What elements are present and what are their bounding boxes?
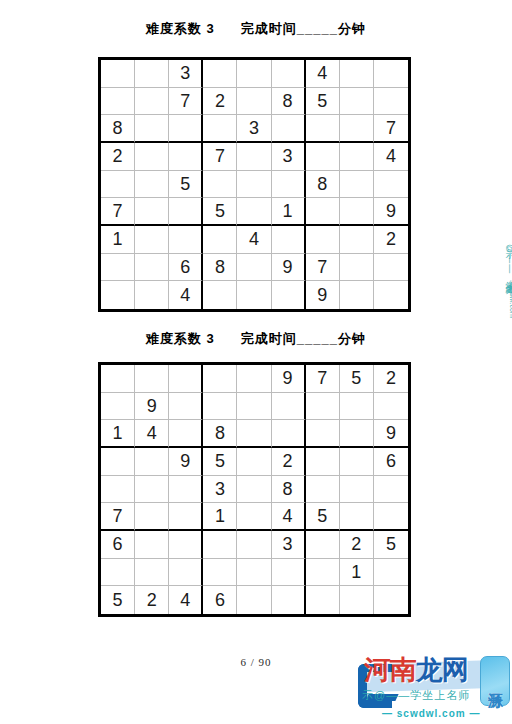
puzzle-1-cell-r6c2	[135, 198, 169, 226]
puzzle-1-cell-r5c4	[203, 171, 237, 199]
puzzle-1-cell-r9c4	[203, 281, 237, 309]
puzzle-2-cell-r5c3	[169, 476, 203, 504]
puzzle-1-cell-r4c6: 3	[272, 143, 306, 171]
puzzle-2-difficulty-label: 难度系数 3	[146, 331, 215, 346]
puzzle-2-cell-r5c5	[237, 476, 271, 504]
puzzle-1-cell-r7c3	[169, 226, 203, 254]
sudoku-grid-2: 9752914899526387145632515246	[98, 362, 411, 617]
puzzle-2-cell-r2c4	[203, 393, 237, 421]
puzzle-1-cell-r9c2	[135, 281, 169, 309]
puzzle-2-cell-r5c8	[340, 476, 374, 504]
puzzle-2-cell-r9c4: 6	[203, 586, 237, 614]
puzzle-2-cell-r6c7: 5	[306, 503, 340, 531]
puzzle-2-cell-r5c6: 8	[272, 476, 306, 504]
watermark-side-domain: scwdwl.com	[496, 280, 512, 318]
puzzle-2-cell-r9c9	[374, 586, 408, 614]
puzzle-2-cell-r5c4: 3	[203, 476, 237, 504]
puzzle-1-cell-r4c4: 7	[203, 143, 237, 171]
puzzle-2-cell-r6c3	[169, 503, 203, 531]
puzzle-2-cell-r6c1: 7	[101, 503, 135, 531]
puzzle-2-cell-r9c5	[237, 586, 271, 614]
watermark-site-name-blue: 龙网	[416, 655, 468, 685]
puzzle-2-cell-r3c4: 8	[203, 420, 237, 448]
puzzle-2-cell-r3c7	[306, 420, 340, 448]
puzzle-1-cell-r2c4: 2	[203, 88, 237, 116]
puzzle-1-cell-r5c9	[374, 171, 408, 199]
puzzle-1-cell-r4c2	[135, 143, 169, 171]
puzzle-1-cell-r5c7: 8	[306, 171, 340, 199]
puzzle-2-cell-r1c2	[135, 365, 169, 393]
puzzle-2-cell-r7c5	[237, 531, 271, 559]
puzzle-2-cell-r2c6	[272, 393, 306, 421]
puzzle-2-cell-r8c5	[237, 559, 271, 587]
puzzle-2-cell-r7c4	[203, 531, 237, 559]
puzzle-1-cell-r9c6	[272, 281, 306, 309]
puzzle-2-cell-r2c7	[306, 393, 340, 421]
puzzle-2-cell-r7c3	[169, 531, 203, 559]
puzzle-1-cell-r9c3: 4	[169, 281, 203, 309]
puzzle-2-cell-r6c2	[135, 503, 169, 531]
puzzle-2-cell-r9c1: 5	[101, 586, 135, 614]
puzzle-2-cell-r4c1	[101, 448, 135, 476]
puzzle-1-cell-r2c8	[340, 88, 374, 116]
puzzle-2-cell-r5c2	[135, 476, 169, 504]
puzzle-1-cell-r4c7	[306, 143, 340, 171]
puzzle-2-cell-r7c9: 5	[374, 531, 408, 559]
puzzle-2-cell-r6c4: 1	[203, 503, 237, 531]
puzzle-2-cell-r4c4: 5	[203, 448, 237, 476]
watermark-slogan: 示@——学坐上名师	[362, 688, 502, 703]
puzzle-1-cell-r3c6	[272, 115, 306, 143]
puzzle-2-cell-r3c6	[272, 420, 306, 448]
puzzle-1-cell-r7c8	[340, 226, 374, 254]
puzzle-1-cell-r1c8	[340, 60, 374, 88]
puzzle-2-cell-r1c1	[101, 365, 135, 393]
puzzle-1-header: 难度系数 3完成时间_____分钟	[0, 20, 512, 38]
puzzle-1-cell-r8c1	[101, 254, 135, 282]
puzzle-2-cell-r7c2	[135, 531, 169, 559]
puzzle-2-cell-r4c3: 9	[169, 448, 203, 476]
puzzle-2-cell-r8c7	[306, 559, 340, 587]
puzzle-2-cell-r7c1: 6	[101, 531, 135, 559]
puzzle-1-cell-r8c5	[237, 254, 271, 282]
puzzle-1-cell-r2c1	[101, 88, 135, 116]
puzzle-2-cell-r5c1	[101, 476, 135, 504]
puzzle-1-cell-r8c7: 7	[306, 254, 340, 282]
puzzle-1-cell-r8c6: 9	[272, 254, 306, 282]
puzzle-2-cell-r8c6	[272, 559, 306, 587]
puzzle-1-cell-r6c1: 7	[101, 198, 135, 226]
puzzle-1-cell-r3c5: 3	[237, 115, 271, 143]
watermark-site-name-red: 河南	[364, 655, 416, 685]
puzzle-1-cell-r5c6	[272, 171, 306, 199]
puzzle-2-cell-r2c9	[374, 393, 408, 421]
puzzle-2-cell-r1c7: 7	[306, 365, 340, 393]
puzzle-1-difficulty-label: 难度系数 3	[146, 21, 215, 36]
puzzle-1-cell-r7c6	[272, 226, 306, 254]
puzzle-2-cell-r6c9	[374, 503, 408, 531]
puzzle-2-cell-r3c5	[237, 420, 271, 448]
puzzle-1-cell-r5c8	[340, 171, 374, 199]
puzzle-2-cell-r4c2	[135, 448, 169, 476]
puzzle-1-cell-r3c3	[169, 115, 203, 143]
puzzle-2-header: 难度系数 3完成时间_____分钟	[0, 330, 512, 348]
puzzle-2-cell-r3c3	[169, 420, 203, 448]
puzzle-2-cell-r9c6	[272, 586, 306, 614]
puzzle-2-cell-r5c7	[306, 476, 340, 504]
puzzle-2-cell-r8c9	[374, 559, 408, 587]
puzzle-1-cell-r6c4: 5	[203, 198, 237, 226]
puzzle-2-cell-r9c8	[340, 586, 374, 614]
puzzle-1-cell-r1c4	[203, 60, 237, 88]
sudoku-grid-1: 3472858372734587519142689749	[98, 57, 411, 312]
puzzle-1-cell-r3c2	[135, 115, 169, 143]
puzzle-1-cell-r1c1	[101, 60, 135, 88]
puzzle-2-cell-r6c8	[340, 503, 374, 531]
puzzle-2-cell-r3c1: 1	[101, 420, 135, 448]
puzzle-1-cell-r1c3: 3	[169, 60, 203, 88]
puzzle-1-cell-r1c9	[374, 60, 408, 88]
puzzle-1-cell-r5c3: 5	[169, 171, 203, 199]
puzzle-2-cell-r4c9: 6	[374, 448, 408, 476]
puzzle-1-cell-r6c7	[306, 198, 340, 226]
puzzle-2-cell-r1c6: 9	[272, 365, 306, 393]
puzzle-2-cell-r1c3	[169, 365, 203, 393]
puzzle-1-cell-r6c3	[169, 198, 203, 226]
puzzle-1-cell-r2c2	[135, 88, 169, 116]
puzzle-1-cell-r4c5	[237, 143, 271, 171]
puzzle-1-cell-r6c6: 1	[272, 198, 306, 226]
puzzle-1-cell-r8c4: 8	[203, 254, 237, 282]
puzzle-1-cell-r9c1	[101, 281, 135, 309]
puzzle-2-cell-r8c8: 1	[340, 559, 374, 587]
puzzle-1-cell-r6c9: 9	[374, 198, 408, 226]
puzzle-1-cell-r3c9: 7	[374, 115, 408, 143]
watermark-bottom-right: 河南龙网 号源 示@——学坐上名师 — scwdwl.com —	[356, 648, 512, 724]
puzzle-1-cell-r9c7: 9	[306, 281, 340, 309]
puzzle-2-cell-r3c8	[340, 420, 374, 448]
puzzle-1-cell-r1c7: 4	[306, 60, 340, 88]
puzzle-2-cell-r5c9	[374, 476, 408, 504]
puzzle-1-cell-r7c1: 1	[101, 226, 135, 254]
puzzle-2-time-label: 完成时间_____分钟	[241, 331, 366, 346]
watermark-side-slogan: 示@——学坐上名师	[496, 243, 512, 279]
puzzle-1-cell-r4c1: 2	[101, 143, 135, 171]
puzzle-2-cell-r1c8: 5	[340, 365, 374, 393]
puzzle-1-cell-r8c8	[340, 254, 374, 282]
puzzle-2-cell-r8c3	[169, 559, 203, 587]
puzzle-2-cell-r2c1	[101, 393, 135, 421]
puzzle-2-cell-r1c9: 2	[374, 365, 408, 393]
watermark-side: 示@——学坐上名师 scwdwl.com	[496, 243, 512, 339]
watermark-domain: — scwdwl.com —	[382, 708, 506, 719]
puzzle-1-cell-r8c3: 6	[169, 254, 203, 282]
puzzle-2-cell-r2c8	[340, 393, 374, 421]
puzzle-2-cell-r2c5	[237, 393, 271, 421]
puzzle-1-cell-r4c8	[340, 143, 374, 171]
puzzle-2-cell-r4c8	[340, 448, 374, 476]
puzzle-1-cell-r7c2	[135, 226, 169, 254]
puzzle-2-cell-r8c1	[101, 559, 135, 587]
puzzle-1-cell-r3c1: 8	[101, 115, 135, 143]
puzzle-1-cell-r7c5: 4	[237, 226, 271, 254]
puzzle-1-cell-r5c2	[135, 171, 169, 199]
puzzle-2-cell-r1c4	[203, 365, 237, 393]
puzzle-2-cell-r4c6: 2	[272, 448, 306, 476]
puzzle-1-cell-r7c7	[306, 226, 340, 254]
puzzle-1-cell-r3c7	[306, 115, 340, 143]
puzzle-2-cell-r7c6: 3	[272, 531, 306, 559]
puzzle-1-cell-r2c9	[374, 88, 408, 116]
puzzle-1-cell-r5c5	[237, 171, 271, 199]
puzzle-2-cell-r7c8: 2	[340, 531, 374, 559]
puzzle-2-cell-r1c5	[237, 365, 271, 393]
puzzle-1-cell-r7c9: 2	[374, 226, 408, 254]
puzzle-1-cell-r9c9	[374, 281, 408, 309]
puzzle-1-cell-r8c2	[135, 254, 169, 282]
puzzle-1-cell-r2c7: 5	[306, 88, 340, 116]
puzzle-2-cell-r3c9: 9	[374, 420, 408, 448]
puzzle-2-cell-r6c5	[237, 503, 271, 531]
puzzle-1-cell-r6c8	[340, 198, 374, 226]
puzzle-1-cell-r2c3: 7	[169, 88, 203, 116]
puzzle-2-cell-r2c3	[169, 393, 203, 421]
puzzle-1-time-label: 完成时间_____分钟	[241, 21, 366, 36]
puzzle-2-cell-r9c2: 2	[135, 586, 169, 614]
puzzle-1-cell-r1c2	[135, 60, 169, 88]
puzzle-1-cell-r5c1	[101, 171, 135, 199]
puzzle-1-cell-r9c8	[340, 281, 374, 309]
puzzle-1-cell-r8c9	[374, 254, 408, 282]
puzzle-2-cell-r4c5	[237, 448, 271, 476]
puzzle-2-cell-r6c6: 4	[272, 503, 306, 531]
puzzle-2-cell-r8c2	[135, 559, 169, 587]
puzzle-1-cell-r6c5	[237, 198, 271, 226]
puzzle-2-cell-r7c7	[306, 531, 340, 559]
puzzle-1-cell-r3c4	[203, 115, 237, 143]
puzzle-1-cell-r3c8	[340, 115, 374, 143]
puzzle-2-cell-r9c3: 4	[169, 586, 203, 614]
puzzle-2-cell-r3c2: 4	[135, 420, 169, 448]
puzzle-2-cell-r9c7	[306, 586, 340, 614]
puzzle-1-cell-r1c6	[272, 60, 306, 88]
puzzle-2-cell-r4c7	[306, 448, 340, 476]
puzzle-1-cell-r1c5	[237, 60, 271, 88]
puzzle-1-cell-r9c5	[237, 281, 271, 309]
puzzle-1-cell-r4c9: 4	[374, 143, 408, 171]
puzzle-2-cell-r8c4	[203, 559, 237, 587]
watermark-site-name: 河南龙网	[364, 652, 468, 688]
puzzle-1-cell-r2c6: 8	[272, 88, 306, 116]
puzzle-2-cell-r2c2: 9	[135, 393, 169, 421]
puzzle-1-cell-r7c4	[203, 226, 237, 254]
puzzle-1-cell-r2c5	[237, 88, 271, 116]
puzzle-1-cell-r4c3	[169, 143, 203, 171]
